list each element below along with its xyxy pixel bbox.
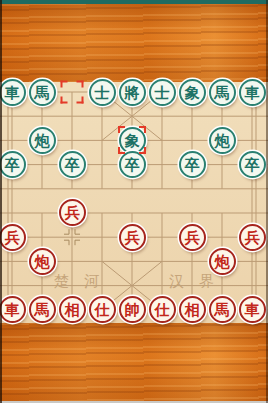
board-point[interactable] xyxy=(57,273,87,297)
board-point[interactable] xyxy=(57,104,87,128)
piece-black-advisor[interactable]: 士 xyxy=(89,79,116,106)
board-point[interactable] xyxy=(207,201,237,225)
board-point[interactable] xyxy=(0,177,27,201)
board-point[interactable]: 炮 xyxy=(27,128,57,152)
board-point[interactable] xyxy=(87,152,117,176)
board-point[interactable]: 兵 xyxy=(177,225,207,249)
board-point[interactable]: 仕 xyxy=(147,298,177,322)
board-point[interactable] xyxy=(27,177,57,201)
piece-red-soldier[interactable]: 兵 xyxy=(119,224,146,251)
piece-black-horse[interactable]: 馬 xyxy=(209,79,236,106)
piece-grid: 車馬士將士象馬車炮象炮卒卒卒卒卒兵兵兵兵兵炮炮車馬相仕帥仕相馬車 xyxy=(0,80,267,322)
board-point[interactable] xyxy=(87,249,117,273)
piece-black-soldier[interactable]: 卒 xyxy=(119,151,146,178)
board-point[interactable] xyxy=(117,177,147,201)
piece-black-chariot[interactable]: 車 xyxy=(0,79,26,106)
board-point[interactable]: 炮 xyxy=(27,249,57,273)
board-point[interactable]: 相 xyxy=(57,298,87,322)
board-point[interactable] xyxy=(147,128,177,152)
table-wood-bottom xyxy=(0,323,268,401)
board-point[interactable] xyxy=(237,104,267,128)
piece-red-elephant[interactable]: 相 xyxy=(179,296,206,323)
piece-red-chariot[interactable]: 車 xyxy=(0,296,26,323)
board-point[interactable]: 卒 xyxy=(117,152,147,176)
board-point[interactable]: 相 xyxy=(177,298,207,322)
board-point[interactable] xyxy=(207,177,237,201)
piece-red-elephant[interactable]: 相 xyxy=(59,296,86,323)
table-wood-top xyxy=(0,4,268,82)
board-point[interactable]: 象 xyxy=(177,80,207,104)
piece-red-soldier[interactable]: 兵 xyxy=(239,224,266,251)
board-point[interactable]: 車 xyxy=(0,80,27,104)
piece-red-advisor[interactable]: 仕 xyxy=(149,296,176,323)
piece-black-soldier[interactable]: 卒 xyxy=(179,151,206,178)
marker-corner-br xyxy=(77,97,84,104)
board-point[interactable] xyxy=(147,177,177,201)
board-point[interactable] xyxy=(57,80,87,104)
board-point[interactable]: 仕 xyxy=(87,298,117,322)
piece-red-soldier[interactable]: 兵 xyxy=(179,224,206,251)
board-point[interactable] xyxy=(207,152,237,176)
board-point[interactable] xyxy=(0,104,27,128)
board-point[interactable]: 卒 xyxy=(0,152,27,176)
board-point[interactable] xyxy=(117,201,147,225)
board-point[interactable]: 兵 xyxy=(117,225,147,249)
piece-black-cannon[interactable]: 炮 xyxy=(209,127,236,154)
board-point[interactable]: 馬 xyxy=(27,80,57,104)
board-point[interactable] xyxy=(27,201,57,225)
board-point[interactable] xyxy=(177,104,207,128)
board-point[interactable] xyxy=(147,249,177,273)
board-point[interactable]: 士 xyxy=(87,80,117,104)
left-screen-edge xyxy=(0,0,2,403)
board-point[interactable] xyxy=(207,104,237,128)
right-screen-edge xyxy=(266,0,268,403)
board-point[interactable] xyxy=(87,128,117,152)
board-point[interactable] xyxy=(237,249,267,273)
board-point[interactable] xyxy=(237,273,267,297)
piece-red-cannon[interactable]: 炮 xyxy=(29,248,56,275)
board-point[interactable] xyxy=(57,249,87,273)
piece-red-chariot[interactable]: 車 xyxy=(239,296,266,323)
board-point[interactable]: 馬 xyxy=(207,298,237,322)
board-point[interactable] xyxy=(87,177,117,201)
piece-red-soldier[interactable]: 兵 xyxy=(59,199,86,226)
piece-black-soldier[interactable]: 卒 xyxy=(0,151,26,178)
board-point[interactable] xyxy=(0,249,27,273)
piece-red-horse[interactable]: 馬 xyxy=(209,296,236,323)
board-point[interactable] xyxy=(117,273,147,297)
piece-black-general[interactable]: 將 xyxy=(119,79,146,106)
board-point[interactable] xyxy=(237,128,267,152)
board-point[interactable]: 兵 xyxy=(237,225,267,249)
board-point[interactable] xyxy=(177,201,207,225)
board-point[interactable] xyxy=(147,104,177,128)
board-point[interactable] xyxy=(117,104,147,128)
board-point[interactable]: 卒 xyxy=(177,152,207,176)
board-point[interactable]: 卒 xyxy=(57,152,87,176)
board-point[interactable] xyxy=(147,273,177,297)
board-point[interactable]: 士 xyxy=(147,80,177,104)
board-point[interactable] xyxy=(87,104,117,128)
piece-black-soldier[interactable]: 卒 xyxy=(239,151,266,178)
piece-black-cannon[interactable]: 炮 xyxy=(29,127,56,154)
marker-corner-tl xyxy=(61,81,68,88)
board-point[interactable] xyxy=(27,273,57,297)
board-point[interactable]: 炮 xyxy=(207,128,237,152)
piece-red-general[interactable]: 帥 xyxy=(119,296,146,323)
piece-red-advisor[interactable]: 仕 xyxy=(89,296,116,323)
board-point[interactable] xyxy=(57,177,87,201)
marker-corner-tr xyxy=(77,81,84,88)
board-point[interactable]: 馬 xyxy=(207,80,237,104)
last-move-from-marker xyxy=(61,81,84,104)
board-point[interactable]: 馬 xyxy=(27,298,57,322)
piece-red-horse[interactable]: 馬 xyxy=(29,296,56,323)
board-point[interactable]: 車 xyxy=(237,298,267,322)
board-point[interactable] xyxy=(87,273,117,297)
board-point[interactable]: 將 xyxy=(117,80,147,104)
board-point[interactable] xyxy=(57,128,87,152)
board-point[interactable] xyxy=(0,128,27,152)
board-point[interactable] xyxy=(27,225,57,249)
piece-black-soldier[interactable]: 卒 xyxy=(59,151,86,178)
board-point[interactable]: 兵 xyxy=(57,201,87,225)
board-point[interactable]: 帥 xyxy=(117,298,147,322)
board-point[interactable] xyxy=(207,225,237,249)
board-point[interactable] xyxy=(147,225,177,249)
board-point[interactable] xyxy=(87,225,117,249)
piece-black-horse[interactable]: 馬 xyxy=(29,79,56,106)
piece-black-elephant[interactable]: 象 xyxy=(119,127,146,154)
top-status-bar xyxy=(0,0,268,4)
board-point[interactable] xyxy=(117,249,147,273)
piece-black-chariot[interactable]: 車 xyxy=(239,79,266,106)
board-point[interactable] xyxy=(177,249,207,273)
board-point[interactable] xyxy=(177,128,207,152)
board-point[interactable] xyxy=(237,177,267,201)
board-point[interactable] xyxy=(177,177,207,201)
xiangqi-app-screen: 楚河 汉界 車馬士將士象馬車炮象炮卒卒卒卒卒兵兵兵兵兵炮炮車馬相仕帥仕相馬車 xyxy=(0,0,268,403)
board-point[interactable] xyxy=(177,273,207,297)
board-point[interactable]: 炮 xyxy=(207,249,237,273)
xiangqi-board[interactable]: 楚河 汉界 車馬士將士象馬車炮象炮卒卒卒卒卒兵兵兵兵兵炮炮車馬相仕帥仕相馬車 xyxy=(0,82,268,323)
board-point[interactable] xyxy=(147,152,177,176)
board-point[interactable]: 象 xyxy=(117,128,147,152)
board-point[interactable]: 卒 xyxy=(237,152,267,176)
piece-black-advisor[interactable]: 士 xyxy=(149,79,176,106)
marker-corner-bl xyxy=(61,97,68,104)
board-point[interactable] xyxy=(0,273,27,297)
piece-red-soldier[interactable]: 兵 xyxy=(0,224,26,251)
board-point[interactable] xyxy=(27,152,57,176)
board-point[interactable] xyxy=(57,225,87,249)
board-point[interactable]: 車 xyxy=(237,80,267,104)
piece-red-cannon[interactable]: 炮 xyxy=(209,248,236,275)
board-point[interactable]: 兵 xyxy=(0,225,27,249)
board-point[interactable] xyxy=(0,201,27,225)
piece-black-elephant[interactable]: 象 xyxy=(179,79,206,106)
board-point[interactable] xyxy=(147,201,177,225)
board-point[interactable] xyxy=(237,201,267,225)
board-point[interactable] xyxy=(207,273,237,297)
board-point[interactable] xyxy=(87,201,117,225)
board-point[interactable]: 車 xyxy=(0,298,27,322)
board-point[interactable] xyxy=(27,104,57,128)
